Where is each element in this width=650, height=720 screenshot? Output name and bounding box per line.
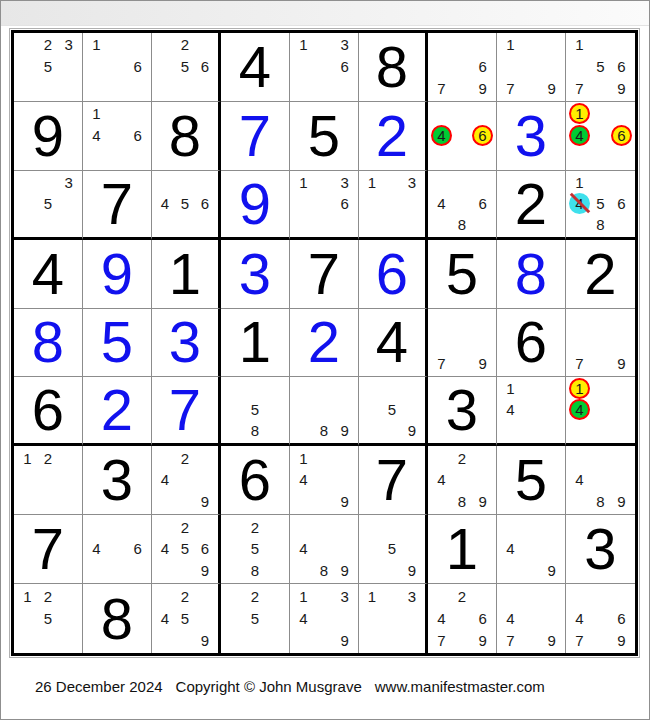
entered-digit: 7: [152, 377, 218, 443]
cell-r8c2[interactable]: 46: [83, 515, 152, 584]
pencil-marks: 1349: [293, 585, 355, 651]
given-digit: 6: [497, 309, 565, 377]
candidate-4: 4: [569, 607, 590, 629]
candidate-9: 9: [472, 77, 493, 99]
cell-r2c1[interactable]: 9: [14, 102, 83, 171]
cell-r8c8[interactable]: 49: [497, 515, 566, 584]
candidate-4: 4: [431, 193, 452, 214]
candidate-1: 1: [569, 172, 590, 193]
candidate-4: 4: [293, 469, 314, 491]
cell-r4c4[interactable]: 3: [221, 240, 290, 309]
cell-r5c7[interactable]: 79: [428, 309, 497, 378]
header-bar: [1, 1, 649, 26]
cell-r6c6[interactable]: 59: [359, 377, 428, 446]
candidate-9: 9: [611, 629, 632, 651]
candidate-5: 5: [590, 193, 611, 214]
pencil-marks: 479: [500, 585, 562, 651]
given-digit: 3: [83, 446, 151, 514]
candidate-5: 5: [245, 538, 266, 560]
cell-r8c1[interactable]: 7: [14, 515, 83, 584]
candidate-8: 8: [245, 420, 266, 441]
given-digit: 3: [566, 515, 635, 583]
given-digit: 7: [83, 171, 151, 237]
cell-r7c5[interactable]: 149: [290, 446, 359, 515]
pencil-marks: 468: [431, 172, 493, 235]
entered-digit: 8: [497, 240, 565, 308]
cell-r9c4[interactable]: 25: [221, 584, 290, 653]
pencil-marks: 13: [362, 172, 422, 235]
cell-r9c7[interactable]: 24679: [428, 584, 497, 653]
given-digit: 8: [152, 102, 218, 170]
candidate-8: 8: [590, 214, 611, 235]
given-digit: 7: [14, 515, 82, 583]
candidate-6: 6: [472, 607, 493, 629]
pencil-marks: 489: [293, 516, 355, 581]
candidate-4: 4: [431, 607, 452, 629]
cell-r5c2[interactable]: 5: [83, 309, 152, 378]
candidate-9: 9: [334, 559, 355, 581]
cell-r2c7[interactable]: 46: [428, 102, 497, 171]
pencil-marks: 679: [431, 34, 493, 99]
candidate-6: 6: [611, 56, 632, 78]
candidate-9: 9: [472, 353, 493, 375]
candidate-4: 4: [569, 469, 590, 491]
candidate-6: 6: [127, 125, 148, 147]
cell-r7c2[interactable]: 3: [83, 446, 152, 515]
candidate-1: 1: [293, 447, 314, 469]
cell-r4c7[interactable]: 5: [428, 240, 497, 309]
candidate-1: 1: [86, 34, 107, 56]
cell-r7c7[interactable]: 2489: [428, 446, 497, 515]
cell-r7c9[interactable]: 489: [566, 446, 635, 515]
cell-r7c3[interactable]: 249: [152, 446, 221, 515]
given-digit: 3: [428, 377, 496, 443]
candidate-9: 9: [541, 559, 562, 581]
candidate-9: 9: [611, 353, 632, 375]
cell-r4c2[interactable]: 9: [83, 240, 152, 309]
candidate-2: 2: [245, 516, 266, 538]
candidate-2: 2: [245, 585, 266, 607]
candidate-9: 9: [195, 491, 215, 513]
cell-r5c8[interactable]: 6: [497, 309, 566, 378]
pencil-marks: 49: [500, 516, 562, 581]
candidate-1: 1: [17, 447, 38, 469]
candidate-3: 3: [334, 172, 355, 193]
candidate-2: 2: [452, 585, 473, 607]
cell-r6c9[interactable]: 14: [566, 377, 635, 446]
cell-r1c7[interactable]: 679: [428, 33, 497, 102]
candidate-2: 2: [175, 585, 195, 607]
candidate-9: 9: [195, 629, 215, 651]
given-digit: 6: [221, 446, 289, 514]
cell-r1c8[interactable]: 179: [497, 33, 566, 102]
given-digit: 1: [428, 515, 496, 583]
cell-r3c4[interactable]: 9: [221, 171, 290, 240]
cell-r1c3[interactable]: 256: [152, 33, 221, 102]
candidate-6: 6: [195, 193, 215, 214]
candidate-4: 4: [155, 193, 175, 214]
candidate-5: 5: [245, 399, 266, 420]
pencil-marks: 35: [17, 172, 79, 235]
pencil-marks: 24569: [155, 516, 215, 581]
pencil-marks: 2489: [431, 447, 493, 512]
cell-r6c7[interactable]: 3: [428, 377, 497, 446]
given-digit: 8: [83, 584, 151, 653]
cell-r2c3[interactable]: 8: [152, 102, 221, 171]
given-digit: 5: [290, 102, 358, 170]
cell-r6c5[interactable]: 89: [290, 377, 359, 446]
candidate-6: 6: [127, 538, 148, 560]
candidate-9: 9: [402, 559, 422, 581]
candidate-2: 2: [175, 516, 195, 538]
candidate-3: 3: [334, 585, 355, 607]
pencil-marks: 13: [362, 585, 422, 651]
pencil-marks: 79: [431, 310, 493, 375]
cell-r1c9[interactable]: 15679: [566, 33, 635, 102]
given-digit: 2: [566, 240, 635, 308]
candidate-4: 4: [569, 399, 590, 420]
candidate-4: 4: [431, 469, 452, 491]
cell-r3c8[interactable]: 2: [497, 171, 566, 240]
candidate-7: 7: [569, 629, 590, 651]
pencil-marks: 79: [569, 310, 632, 375]
footer-website: www.manifestmaster.com: [375, 678, 545, 695]
entered-digit: 7: [221, 102, 289, 170]
cell-r9c2[interactable]: 8: [83, 584, 152, 653]
candidate-8: 8: [452, 491, 473, 513]
cell-r2c8[interactable]: 3: [497, 102, 566, 171]
cell-r6c8[interactable]: 14: [497, 377, 566, 446]
candidate-6: 6: [472, 193, 493, 214]
footer-copyright: Copyright © John Musgrave: [176, 678, 362, 695]
pencil-marks: 125: [17, 585, 79, 651]
entered-digit: 2: [359, 102, 425, 170]
cell-r2c2[interactable]: 146: [83, 102, 152, 171]
candidate-6: 6: [472, 56, 493, 78]
given-digit: 1: [152, 240, 218, 308]
candidate-9: 9: [611, 491, 632, 513]
candidate-1: 1: [569, 378, 590, 399]
sudoku-board: 2351625641368679179156799146875246314635…: [11, 30, 638, 656]
candidate-1: 1: [293, 34, 314, 56]
cell-r2c6[interactable]: 2: [359, 102, 428, 171]
candidate-8: 8: [314, 559, 335, 581]
cell-r1c4[interactable]: 4: [221, 33, 290, 102]
candidate-7: 7: [431, 353, 452, 375]
footer-date: 26 December 2024: [35, 678, 163, 695]
cell-r1c6[interactable]: 8: [359, 33, 428, 102]
candidate-9: 9: [334, 629, 355, 651]
pencil-marks: 146: [569, 103, 632, 168]
candidate-6: 6: [611, 607, 632, 629]
candidate-7: 7: [500, 629, 521, 651]
cell-r9c3[interactable]: 2459: [152, 584, 221, 653]
pencil-marks: 146: [86, 103, 148, 168]
candidate-5: 5: [245, 607, 266, 629]
pencil-marks: 179: [500, 34, 562, 99]
cell-r4c1[interactable]: 4: [14, 240, 83, 309]
cell-r4c5[interactable]: 7: [290, 240, 359, 309]
footer: 26 December 2024 Copyright © John Musgra…: [35, 678, 545, 695]
pencil-marks: 46: [431, 103, 493, 168]
given-digit: 2: [497, 171, 565, 237]
cell-r3c1[interactable]: 35: [14, 171, 83, 240]
cell-r5c3[interactable]: 3: [152, 309, 221, 378]
candidate-1: 1: [569, 34, 590, 56]
given-digit: 6: [14, 377, 82, 443]
cell-r9c1[interactable]: 125: [14, 584, 83, 653]
candidate-5: 5: [175, 193, 195, 214]
candidate-6: 6: [127, 56, 148, 78]
pencil-marks: 258: [224, 516, 286, 581]
entered-digit: 2: [290, 309, 358, 377]
cell-r3c7[interactable]: 468: [428, 171, 497, 240]
cell-r8c7[interactable]: 1: [428, 515, 497, 584]
cell-r7c6[interactable]: 7: [359, 446, 428, 515]
candidate-5: 5: [38, 193, 59, 214]
cell-r5c5[interactable]: 2: [290, 309, 359, 378]
candidate-4: 4: [155, 607, 175, 629]
given-digit: 4: [359, 309, 425, 377]
entered-digit: 3: [497, 102, 565, 170]
pencil-marks: 12: [17, 447, 79, 512]
given-digit: 5: [497, 446, 565, 514]
cell-r6c4[interactable]: 58: [221, 377, 290, 446]
candidate-6: 6: [195, 538, 215, 560]
cell-r1c5[interactable]: 136: [290, 33, 359, 102]
candidate-6: 6: [611, 125, 632, 146]
candidate-4: 4: [155, 469, 175, 491]
pencil-marks: 89: [293, 378, 355, 441]
candidate-9: 9: [334, 420, 355, 441]
candidate-2: 2: [38, 447, 59, 469]
candidate-5: 5: [175, 56, 195, 78]
pencil-marks: 24679: [431, 585, 493, 651]
candidate-9: 9: [195, 559, 215, 581]
entered-digit: 9: [83, 240, 151, 308]
given-digit: 4: [14, 240, 82, 308]
pencil-marks: 58: [224, 378, 286, 441]
cell-r9c6[interactable]: 13: [359, 584, 428, 653]
pencil-marks: 2459: [155, 585, 215, 651]
candidate-7: 7: [431, 629, 452, 651]
cell-r9c5[interactable]: 1349: [290, 584, 359, 653]
entered-digit: 8: [14, 309, 82, 377]
candidate-4: 4: [500, 607, 521, 629]
candidate-3: 3: [58, 172, 79, 193]
candidate-6: 6: [334, 193, 355, 214]
candidate-9: 9: [611, 77, 632, 99]
entered-digit: 5: [83, 309, 151, 377]
cell-r3c2[interactable]: 7: [83, 171, 152, 240]
cell-r7c1[interactable]: 12: [14, 446, 83, 515]
candidate-4: 4: [500, 538, 521, 560]
cell-r9c8[interactable]: 479: [497, 584, 566, 653]
given-digit: 9: [14, 102, 82, 170]
pencil-marks: 14: [500, 378, 562, 441]
candidate-4: 4: [500, 399, 521, 420]
candidate-5: 5: [175, 538, 195, 560]
cell-r5c9[interactable]: 79: [566, 309, 635, 378]
candidate-9: 9: [472, 491, 493, 513]
candidate-9: 9: [402, 420, 422, 441]
pencil-marks: 15679: [569, 34, 632, 99]
candidate-8: 8: [314, 420, 335, 441]
candidate-4: 4: [569, 125, 590, 146]
candidate-3: 3: [402, 585, 422, 607]
candidate-4: 4: [293, 607, 314, 629]
candidate-1: 1: [293, 585, 314, 607]
cell-r8c9[interactable]: 3: [566, 515, 635, 584]
given-digit: 7: [359, 446, 425, 514]
candidate-9: 9: [472, 629, 493, 651]
entered-digit: 3: [152, 309, 218, 377]
candidate-8: 8: [245, 559, 266, 581]
candidate-7: 7: [500, 77, 521, 99]
candidate-1: 1: [500, 378, 521, 399]
cell-r4c3[interactable]: 1: [152, 240, 221, 309]
entered-digit: 6: [359, 240, 425, 308]
cell-r8c3[interactable]: 24569: [152, 515, 221, 584]
pencil-marks: 16: [86, 34, 148, 99]
cell-r8c5[interactable]: 489: [290, 515, 359, 584]
pencil-marks: 25: [224, 585, 286, 651]
given-digit: 1: [221, 309, 289, 377]
candidate-1: 1: [500, 34, 521, 56]
cell-r3c9[interactable]: 14568: [566, 171, 635, 240]
pencil-marks: 456: [155, 172, 215, 235]
candidate-3: 3: [58, 34, 79, 56]
candidate-3: 3: [334, 34, 355, 56]
pencil-marks: 235: [17, 34, 79, 99]
pencil-marks: 489: [569, 447, 632, 512]
candidate-2: 2: [38, 34, 59, 56]
candidate-4: 4: [86, 538, 107, 560]
candidate-4: 4: [86, 125, 107, 147]
given-digit: 5: [428, 240, 496, 308]
pencil-marks: 14: [569, 378, 632, 441]
cell-r8c4[interactable]: 258: [221, 515, 290, 584]
pencil-marks: 249: [155, 447, 215, 512]
candidate-1: 1: [569, 103, 590, 124]
candidate-4: 4: [293, 538, 314, 560]
entered-digit: 2: [83, 377, 151, 443]
cell-r4c6[interactable]: 6: [359, 240, 428, 309]
cell-r8c6[interactable]: 59: [359, 515, 428, 584]
given-digit: 4: [221, 33, 289, 101]
cell-r6c3[interactable]: 7: [152, 377, 221, 446]
given-digit: 8: [359, 33, 425, 101]
cell-r3c3[interactable]: 456: [152, 171, 221, 240]
candidate-5: 5: [175, 607, 195, 629]
pencil-marks: 46: [86, 516, 148, 581]
candidate-5: 5: [382, 538, 402, 560]
candidate-5: 5: [382, 399, 402, 420]
candidate-4: 4: [155, 538, 175, 560]
candidate-2: 2: [175, 34, 195, 56]
candidate-6: 6: [195, 56, 215, 78]
candidate-2: 2: [38, 585, 59, 607]
candidate-9: 9: [334, 491, 355, 513]
candidate-1: 1: [362, 585, 382, 607]
pencil-marks: 59: [362, 378, 422, 441]
candidate-7: 7: [569, 77, 590, 99]
cell-r4c9[interactable]: 2: [566, 240, 635, 309]
candidate-2: 2: [452, 447, 473, 469]
cell-r7c8[interactable]: 5: [497, 446, 566, 515]
candidate-4: 4: [431, 125, 452, 146]
candidate-1: 1: [362, 172, 382, 193]
candidate-8: 8: [452, 214, 473, 235]
pencil-marks: 149: [293, 447, 355, 512]
candidate-5: 5: [38, 607, 59, 629]
cell-r2c4[interactable]: 7: [221, 102, 290, 171]
candidate-9: 9: [541, 629, 562, 651]
candidate-9: 9: [541, 77, 562, 99]
entered-digit: 3: [221, 240, 289, 308]
candidate-2: 2: [175, 447, 195, 469]
pencil-marks: 4679: [569, 585, 632, 651]
cell-r9c9[interactable]: 4679: [566, 584, 635, 653]
cell-r3c5[interactable]: 136: [290, 171, 359, 240]
candidate-5: 5: [38, 56, 59, 78]
pencil-marks: 136: [293, 34, 355, 99]
candidate-1: 1: [86, 103, 107, 125]
pencil-marks: 14568: [569, 172, 632, 235]
cell-r2c5[interactable]: 5: [290, 102, 359, 171]
candidate-6: 6: [472, 125, 493, 146]
pencil-marks: 136: [293, 172, 355, 235]
candidate-8: 8: [590, 491, 611, 513]
given-digit: 7: [290, 240, 358, 308]
cell-r5c4[interactable]: 1: [221, 309, 290, 378]
cell-r5c6[interactable]: 4: [359, 309, 428, 378]
cell-r7c4[interactable]: 6: [221, 446, 290, 515]
candidate-1: 1: [17, 585, 38, 607]
pencil-marks: 256: [155, 34, 215, 99]
candidate-3: 3: [402, 172, 422, 193]
candidate-1: 1: [293, 172, 314, 193]
cell-r4c8[interactable]: 8: [497, 240, 566, 309]
candidate-6: 6: [611, 193, 632, 214]
cell-r6c2[interactable]: 2: [83, 377, 152, 446]
cell-r2c9[interactable]: 146: [566, 102, 635, 171]
cell-r5c1[interactable]: 8: [14, 309, 83, 378]
pencil-marks: 59: [362, 516, 422, 581]
cell-r1c2[interactable]: 16: [83, 33, 152, 102]
cell-r6c1[interactable]: 6: [14, 377, 83, 446]
cell-r3c6[interactable]: 13: [359, 171, 428, 240]
candidate-5: 5: [590, 56, 611, 78]
candidate-7: 7: [569, 353, 590, 375]
entered-digit: 9: [221, 171, 289, 237]
cell-r1c1[interactable]: 235: [14, 33, 83, 102]
candidate-7: 7: [431, 77, 452, 99]
candidate-6: 6: [334, 56, 355, 78]
candidate-4: 4: [569, 193, 590, 214]
